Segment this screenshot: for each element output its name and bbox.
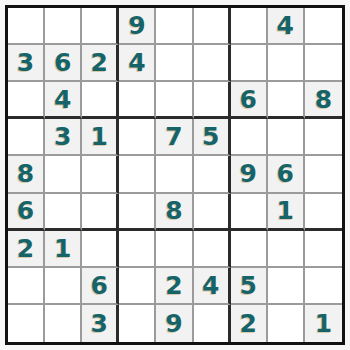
cell-r1c3[interactable] xyxy=(82,8,119,45)
cell-r8c1[interactable] xyxy=(8,268,45,305)
cell-r3c2[interactable]: 4 xyxy=(45,82,82,119)
cell-r5c8[interactable]: 6 xyxy=(268,156,305,193)
cell-r1c6[interactable] xyxy=(194,8,231,45)
cell-r4c9[interactable] xyxy=(305,119,342,156)
cell-r5c9[interactable] xyxy=(305,156,342,193)
cell-r1c1[interactable] xyxy=(8,8,45,45)
cell-r6c6[interactable] xyxy=(194,194,231,231)
cell-r6c9[interactable] xyxy=(305,194,342,231)
cell-r7c8[interactable] xyxy=(268,231,305,268)
cell-r9c2[interactable] xyxy=(45,305,82,342)
cell-r8c7[interactable]: 5 xyxy=(231,268,268,305)
cell-r5c2[interactable] xyxy=(45,156,82,193)
cell-r9c5[interactable]: 9 xyxy=(156,305,193,342)
cell-r9c7[interactable]: 2 xyxy=(231,305,268,342)
cell-r8c5[interactable]: 2 xyxy=(156,268,193,305)
cell-r2c7[interactable] xyxy=(231,45,268,82)
cell-r5c7[interactable]: 9 xyxy=(231,156,268,193)
cell-r4c3[interactable]: 1 xyxy=(82,119,119,156)
cell-r7c9[interactable] xyxy=(305,231,342,268)
cell-r6c1[interactable]: 6 xyxy=(8,194,45,231)
cell-r4c1[interactable] xyxy=(8,119,45,156)
cell-r7c5[interactable] xyxy=(156,231,193,268)
cell-r3c9[interactable]: 8 xyxy=(305,82,342,119)
cell-r5c1[interactable]: 8 xyxy=(8,156,45,193)
cell-r2c6[interactable] xyxy=(194,45,231,82)
cell-r8c8[interactable] xyxy=(268,268,305,305)
cell-r1c4[interactable]: 9 xyxy=(119,8,156,45)
sudoku-board: 94362446831758966812162453921 xyxy=(5,5,345,345)
cell-r9c8[interactable] xyxy=(268,305,305,342)
cell-r2c8[interactable] xyxy=(268,45,305,82)
cell-r3c8[interactable] xyxy=(268,82,305,119)
cell-r3c6[interactable] xyxy=(194,82,231,119)
cell-r2c5[interactable] xyxy=(156,45,193,82)
cell-r8c3[interactable]: 6 xyxy=(82,268,119,305)
cell-r8c2[interactable] xyxy=(45,268,82,305)
cell-r4c8[interactable] xyxy=(268,119,305,156)
cell-r8c4[interactable] xyxy=(119,268,156,305)
cell-r1c5[interactable] xyxy=(156,8,193,45)
cell-r4c4[interactable] xyxy=(119,119,156,156)
cell-r5c5[interactable] xyxy=(156,156,193,193)
cell-r7c6[interactable] xyxy=(194,231,231,268)
cell-r2c1[interactable]: 3 xyxy=(8,45,45,82)
cell-r2c3[interactable]: 2 xyxy=(82,45,119,82)
cell-r9c1[interactable] xyxy=(8,305,45,342)
cell-r1c9[interactable] xyxy=(305,8,342,45)
cell-r5c3[interactable] xyxy=(82,156,119,193)
cell-r7c4[interactable] xyxy=(119,231,156,268)
cell-r4c7[interactable] xyxy=(231,119,268,156)
cell-r4c6[interactable]: 5 xyxy=(194,119,231,156)
cell-r3c3[interactable] xyxy=(82,82,119,119)
cell-r7c7[interactable] xyxy=(231,231,268,268)
cell-r7c1[interactable]: 2 xyxy=(8,231,45,268)
cell-r7c2[interactable]: 1 xyxy=(45,231,82,268)
cell-r6c5[interactable]: 8 xyxy=(156,194,193,231)
cell-r5c6[interactable] xyxy=(194,156,231,193)
cell-r4c2[interactable]: 3 xyxy=(45,119,82,156)
cell-r7c3[interactable] xyxy=(82,231,119,268)
cell-r9c9[interactable]: 1 xyxy=(305,305,342,342)
cell-r8c9[interactable] xyxy=(305,268,342,305)
cell-r8c6[interactable]: 4 xyxy=(194,268,231,305)
cell-r2c9[interactable] xyxy=(305,45,342,82)
cell-r3c4[interactable] xyxy=(119,82,156,119)
cell-r5c4[interactable] xyxy=(119,156,156,193)
cell-r6c3[interactable] xyxy=(82,194,119,231)
cell-r6c4[interactable] xyxy=(119,194,156,231)
cell-r3c1[interactable] xyxy=(8,82,45,119)
cell-r6c2[interactable] xyxy=(45,194,82,231)
cell-r1c2[interactable] xyxy=(45,8,82,45)
cell-r1c7[interactable] xyxy=(231,8,268,45)
cell-r1c8[interactable]: 4 xyxy=(268,8,305,45)
cell-r9c4[interactable] xyxy=(119,305,156,342)
cell-r9c3[interactable]: 3 xyxy=(82,305,119,342)
cell-r9c6[interactable] xyxy=(194,305,231,342)
cell-r2c2[interactable]: 6 xyxy=(45,45,82,82)
cell-r6c7[interactable] xyxy=(231,194,268,231)
cell-r6c8[interactable]: 1 xyxy=(268,194,305,231)
cell-r2c4[interactable]: 4 xyxy=(119,45,156,82)
cell-r3c7[interactable]: 6 xyxy=(231,82,268,119)
cell-r4c5[interactable]: 7 xyxy=(156,119,193,156)
cell-r3c5[interactable] xyxy=(156,82,193,119)
